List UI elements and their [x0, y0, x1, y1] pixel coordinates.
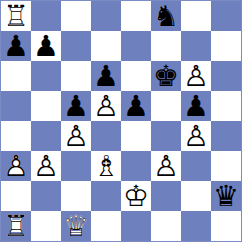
white-king-outline: ♔ — [121, 181, 151, 211]
black-king[interactable]: ♚ — [151, 61, 181, 91]
black-knight[interactable]: ♞ — [151, 1, 181, 31]
black-king-glyph: ♚ — [151, 61, 181, 91]
white-rook-outline: ♖ — [1, 211, 31, 241]
square-b3[interactable]: ♟♙ — [31, 151, 61, 181]
square-b5[interactable] — [31, 91, 61, 121]
square-d1[interactable] — [91, 211, 121, 241]
black-pawn[interactable]: ♟ — [91, 61, 121, 91]
white-rook[interactable]: ♜♖ — [1, 1, 31, 31]
white-pawn[interactable]: ♟♙ — [181, 61, 211, 91]
square-b7[interactable]: ♟ — [31, 31, 61, 61]
square-g4[interactable]: ♟♙ — [181, 121, 211, 151]
square-f7[interactable] — [151, 31, 181, 61]
square-a3[interactable]: ♟♙ — [1, 151, 31, 181]
square-f5[interactable] — [151, 91, 181, 121]
square-e8[interactable] — [121, 1, 151, 31]
white-pawn-outline: ♙ — [151, 151, 181, 181]
square-g8[interactable] — [181, 1, 211, 31]
square-f6[interactable]: ♚ — [151, 61, 181, 91]
square-a5[interactable] — [1, 91, 31, 121]
square-f3[interactable]: ♟♙ — [151, 151, 181, 181]
square-e3[interactable] — [121, 151, 151, 181]
square-g2[interactable] — [181, 181, 211, 211]
white-pawn[interactable]: ♟♙ — [151, 151, 181, 181]
white-pawn[interactable]: ♟♙ — [91, 91, 121, 121]
square-c7[interactable] — [61, 31, 91, 61]
white-bishop[interactable]: ♝♗ — [91, 151, 121, 181]
square-c4[interactable]: ♟♙ — [61, 121, 91, 151]
square-e7[interactable] — [121, 31, 151, 61]
white-pawn-outline: ♙ — [181, 121, 211, 151]
square-b4[interactable] — [31, 121, 61, 151]
square-b1[interactable] — [31, 211, 61, 241]
white-pawn[interactable]: ♟♙ — [61, 121, 91, 151]
white-pawn-outline: ♙ — [31, 151, 61, 181]
white-pawn-outline: ♙ — [181, 61, 211, 91]
square-e4[interactable] — [121, 121, 151, 151]
black-pawn[interactable]: ♟ — [121, 91, 151, 121]
square-c3[interactable] — [61, 151, 91, 181]
square-h6[interactable] — [211, 61, 241, 91]
black-queen-glyph: ♛ — [211, 181, 241, 211]
square-c6[interactable] — [61, 61, 91, 91]
square-h2[interactable]: ♛ — [211, 181, 241, 211]
black-pawn-glyph: ♟ — [91, 61, 121, 91]
square-c8[interactable] — [61, 1, 91, 31]
square-d8[interactable] — [91, 1, 121, 31]
square-h4[interactable] — [211, 121, 241, 151]
square-c5[interactable]: ♟ — [61, 91, 91, 121]
black-queen[interactable]: ♛ — [211, 181, 241, 211]
white-pawn-outline: ♙ — [1, 151, 31, 181]
square-d4[interactable] — [91, 121, 121, 151]
square-f2[interactable] — [151, 181, 181, 211]
black-pawn-glyph: ♟ — [61, 91, 91, 121]
square-f8[interactable]: ♞ — [151, 1, 181, 31]
square-d2[interactable] — [91, 181, 121, 211]
black-pawn[interactable]: ♟ — [181, 91, 211, 121]
white-queen[interactable]: ♛♕ — [61, 211, 91, 241]
square-a1[interactable]: ♜♖ — [1, 211, 31, 241]
square-c2[interactable] — [61, 181, 91, 211]
square-e2[interactable]: ♚♔ — [121, 181, 151, 211]
square-h7[interactable] — [211, 31, 241, 61]
square-a2[interactable] — [1, 181, 31, 211]
square-g6[interactable]: ♟♙ — [181, 61, 211, 91]
white-king[interactable]: ♚♔ — [121, 181, 151, 211]
white-pawn-outline: ♙ — [61, 121, 91, 151]
square-d7[interactable] — [91, 31, 121, 61]
black-pawn[interactable]: ♟ — [61, 91, 91, 121]
square-e5[interactable]: ♟ — [121, 91, 151, 121]
square-a8[interactable]: ♜♖ — [1, 1, 31, 31]
square-g3[interactable] — [181, 151, 211, 181]
square-a4[interactable] — [1, 121, 31, 151]
square-h5[interactable] — [211, 91, 241, 121]
square-h8[interactable] — [211, 1, 241, 31]
black-pawn-glyph: ♟ — [181, 91, 211, 121]
square-d3[interactable]: ♝♗ — [91, 151, 121, 181]
black-pawn-glyph: ♟ — [31, 31, 61, 61]
white-queen-outline: ♕ — [61, 211, 91, 241]
square-d6[interactable]: ♟ — [91, 61, 121, 91]
chess-board: ♜♖♞♟♟♟♚♟♙♟♟♙♟♟♟♙♟♙♟♙♟♙♝♗♟♙♚♔♛♜♖♛♕ — [0, 0, 242, 242]
white-pawn[interactable]: ♟♙ — [181, 121, 211, 151]
black-pawn-glyph: ♟ — [1, 31, 31, 61]
white-pawn-outline: ♙ — [91, 91, 121, 121]
square-c1[interactable]: ♛♕ — [61, 211, 91, 241]
square-g5[interactable]: ♟ — [181, 91, 211, 121]
square-e6[interactable] — [121, 61, 151, 91]
square-b2[interactable] — [31, 181, 61, 211]
square-b8[interactable] — [31, 1, 61, 31]
square-a7[interactable]: ♟ — [1, 31, 31, 61]
square-h1[interactable] — [211, 211, 241, 241]
white-bishop-outline: ♗ — [91, 151, 121, 181]
square-f4[interactable] — [151, 121, 181, 151]
black-pawn[interactable]: ♟ — [31, 31, 61, 61]
square-h3[interactable] — [211, 151, 241, 181]
square-g7[interactable] — [181, 31, 211, 61]
square-f1[interactable] — [151, 211, 181, 241]
black-knight-glyph: ♞ — [151, 1, 181, 31]
square-e1[interactable] — [121, 211, 151, 241]
black-pawn[interactable]: ♟ — [1, 31, 31, 61]
white-pawn[interactable]: ♟♙ — [31, 151, 61, 181]
square-d5[interactable]: ♟♙ — [91, 91, 121, 121]
square-a6[interactable] — [1, 61, 31, 91]
square-g1[interactable] — [181, 211, 211, 241]
square-b6[interactable] — [31, 61, 61, 91]
white-rook[interactable]: ♜♖ — [1, 211, 31, 241]
white-pawn[interactable]: ♟♙ — [1, 151, 31, 181]
black-pawn-glyph: ♟ — [121, 91, 151, 121]
white-rook-outline: ♖ — [1, 1, 31, 31]
